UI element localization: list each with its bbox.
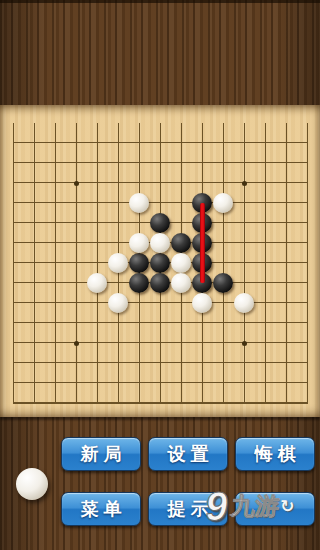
white-stone (129, 193, 149, 213)
black-stone (150, 273, 170, 293)
black-stone (213, 273, 233, 293)
gomoku-board[interactable] (0, 105, 320, 417)
black-stone (129, 273, 149, 293)
white-stone (171, 273, 191, 293)
white-tray-stone (16, 468, 48, 500)
white-stone (213, 193, 233, 213)
undo-button[interactable]: 悔棋 (235, 437, 315, 471)
white-stone (234, 293, 254, 313)
black-stone (171, 233, 191, 253)
win-line (200, 203, 205, 283)
9game-watermark: 9 九游 ↻ (206, 482, 295, 530)
white-stone (192, 293, 212, 313)
black-stone (150, 213, 170, 233)
white-stone (108, 293, 128, 313)
black-stone (129, 253, 149, 273)
circular-arrow-icon: ↻ (280, 498, 294, 515)
white-stone (129, 233, 149, 253)
white-stone (150, 233, 170, 253)
settings-button[interactable]: 设置 (148, 437, 228, 471)
white-stone (87, 273, 107, 293)
9game-logo-text: 九游 (230, 494, 281, 518)
black-stone (150, 253, 170, 273)
9game-logo-digit: 9 (203, 486, 231, 526)
white-stone (171, 253, 191, 273)
new-game-button[interactable]: 新局 (61, 437, 141, 471)
menu-button[interactable]: 菜单 (61, 492, 141, 526)
stones-layer (3, 113, 318, 413)
white-stone (108, 253, 128, 273)
